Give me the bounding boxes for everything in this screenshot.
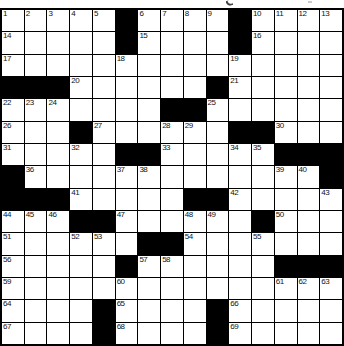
cell-r15c14[interactable] [298, 323, 320, 344]
cell-r4c15[interactable] [320, 77, 342, 98]
cell-r13c2[interactable] [25, 278, 47, 299]
cell-r9c4[interactable]: 41 [70, 189, 92, 210]
block-r5c9 [184, 99, 206, 120]
cell-r13c7[interactable] [138, 278, 160, 299]
block-r10c4 [70, 211, 92, 232]
block-r6c11 [229, 122, 251, 143]
cell-r5c11[interactable] [229, 99, 251, 120]
clue-number: 35 [253, 143, 261, 152]
block-r4c1 [2, 77, 24, 98]
block-r12c15 [320, 256, 342, 277]
cell-r10c11[interactable] [229, 211, 251, 232]
cell-r3c12[interactable] [252, 55, 274, 76]
cell-r13c1[interactable]: 59 [2, 278, 24, 299]
clue-number: 4 [71, 9, 75, 18]
block-r4c3 [47, 77, 69, 98]
clue-number: 8 [185, 9, 189, 18]
block-r4c2 [25, 77, 47, 98]
clue-number: 45 [26, 210, 34, 219]
block-r9c2 [25, 189, 47, 210]
clue-number: 48 [185, 210, 193, 219]
cell-r8c9[interactable] [184, 166, 206, 187]
cell-r11c5[interactable]: 53 [93, 233, 115, 254]
cell-r3c10[interactable] [207, 55, 229, 76]
cell-r6c2[interactable] [25, 122, 47, 143]
cell-r5c14[interactable] [298, 99, 320, 120]
cell-r7c8[interactable]: 33 [161, 144, 183, 165]
cell-r9c5[interactable] [93, 189, 115, 210]
clue-number: 60 [117, 277, 125, 286]
cell-r11c12[interactable]: 55 [252, 233, 274, 254]
clue-number: 52 [71, 232, 79, 241]
clue-number: 64 [3, 299, 11, 308]
cell-r13c10[interactable] [207, 278, 229, 299]
clue-number: 43 [321, 188, 329, 197]
cell-r6c14[interactable] [298, 122, 320, 143]
cell-r7c1[interactable]: 31 [2, 144, 24, 165]
cell-r6c6[interactable] [116, 122, 138, 143]
cell-r14c4[interactable] [70, 300, 92, 321]
cell-r1c13[interactable]: 11 [275, 10, 297, 31]
cropped-text-remnant [225, 0, 233, 7]
clue-number: 37 [117, 165, 125, 174]
clue-number: 46 [48, 210, 56, 219]
cell-r14c6[interactable]: 65 [116, 300, 138, 321]
clue-number: 66 [230, 299, 238, 308]
clue-number: 11 [276, 9, 283, 18]
clue-number: 57 [139, 255, 147, 264]
clue-number: 65 [117, 299, 125, 308]
cell-r5c1[interactable]: 22 [2, 99, 24, 120]
clue-number: 29 [185, 121, 193, 130]
clue-number: 32 [71, 143, 79, 152]
block-r4c10 [207, 77, 229, 98]
cell-r2c5[interactable] [93, 32, 115, 53]
cell-r1c9[interactable]: 8 [184, 10, 206, 31]
cell-r13c5[interactable] [93, 278, 115, 299]
cell-r1c3[interactable]: 3 [47, 10, 69, 31]
cell-r8c7[interactable]: 38 [138, 166, 160, 187]
clue-number: 30 [276, 121, 284, 130]
cell-r13c3[interactable] [47, 278, 69, 299]
clue-number: 63 [321, 277, 329, 286]
cell-r12c5[interactable] [93, 256, 115, 277]
block-r1c6 [116, 10, 138, 31]
cell-r8c5[interactable] [93, 166, 115, 187]
cell-r14c8[interactable] [161, 300, 183, 321]
cell-r15c8[interactable] [161, 323, 183, 344]
cell-r3c6[interactable]: 18 [116, 55, 138, 76]
cell-r10c6[interactable]: 47 [116, 211, 138, 232]
cell-r13c11[interactable] [229, 278, 251, 299]
cell-r10c13[interactable]: 50 [275, 211, 297, 232]
block-r12c6 [116, 256, 138, 277]
cell-r9c11[interactable]: 42 [229, 189, 251, 210]
cell-r14c15[interactable] [320, 300, 342, 321]
cell-r10c2[interactable]: 45 [25, 211, 47, 232]
cell-r11c13[interactable] [275, 233, 297, 254]
clue-number: 41 [71, 188, 79, 197]
block-r11c8 [161, 233, 183, 254]
cell-r8c12[interactable] [252, 166, 274, 187]
clue-number: 15 [139, 31, 147, 40]
cell-r5c15[interactable] [320, 99, 342, 120]
cell-r11c9[interactable]: 54 [184, 233, 206, 254]
cell-r2c15[interactable] [320, 32, 342, 53]
cell-r14c13[interactable] [275, 300, 297, 321]
clue-number: 68 [117, 322, 125, 331]
clue-number: 20 [71, 76, 79, 85]
clue-number: 47 [117, 210, 125, 219]
block-r7c7 [138, 144, 160, 165]
cell-r2c12[interactable]: 16 [252, 32, 274, 53]
clue-number: 58 [162, 255, 170, 264]
clue-number: 6 [139, 9, 143, 18]
block-r9c1 [2, 189, 24, 210]
cell-r4c13[interactable] [275, 77, 297, 98]
cell-r3c8[interactable] [161, 55, 183, 76]
clue-number: 62 [299, 277, 307, 286]
cell-r3c15[interactable] [320, 55, 342, 76]
cell-r2c14[interactable] [298, 32, 320, 53]
cell-r15c4[interactable] [70, 323, 92, 344]
clue-number: 33 [162, 143, 170, 152]
clue-number: 51 [3, 232, 11, 241]
block-r7c13 [275, 144, 297, 165]
clue-number: 50 [276, 210, 284, 219]
cell-r13c8[interactable] [161, 278, 183, 299]
cell-r14c2[interactable] [25, 300, 47, 321]
cell-r15c6[interactable]: 68 [116, 323, 138, 344]
clue-number: 56 [3, 255, 11, 264]
cell-r4c6[interactable] [116, 77, 138, 98]
clue-number: 7 [162, 9, 166, 18]
cell-r7c5[interactable] [93, 144, 115, 165]
cell-r9c13[interactable] [275, 189, 297, 210]
cell-r13c15[interactable]: 63 [320, 278, 342, 299]
cell-r6c10[interactable] [207, 122, 229, 143]
cell-r2c10[interactable] [207, 32, 229, 53]
cell-r15c15[interactable] [320, 323, 342, 344]
cell-r9c7[interactable] [138, 189, 160, 210]
cell-r4c11[interactable]: 21 [229, 77, 251, 98]
clue-number: 61 [276, 277, 284, 286]
cell-r1c8[interactable]: 7 [161, 10, 183, 31]
cell-r5c6[interactable] [116, 99, 138, 120]
clue-number: 18 [117, 54, 125, 63]
cell-r11c15[interactable] [320, 233, 342, 254]
cell-r3c5[interactable] [93, 55, 115, 76]
clue-number: 2 [26, 9, 30, 18]
cell-r12c10[interactable] [207, 256, 229, 277]
block-r8c15 [320, 166, 342, 187]
cell-r12c7[interactable]: 57 [138, 256, 160, 277]
cell-r4c14[interactable] [298, 77, 320, 98]
block-r9c10 [207, 189, 229, 210]
cell-r11c11[interactable] [229, 233, 251, 254]
cell-r2c7[interactable]: 15 [138, 32, 160, 53]
cell-r14c14[interactable] [298, 300, 320, 321]
cell-r6c15[interactable] [320, 122, 342, 143]
cell-r3c14[interactable] [298, 55, 320, 76]
cell-r14c3[interactable] [47, 300, 69, 321]
cell-r2c4[interactable] [70, 32, 92, 53]
clue-number: 69 [230, 322, 238, 331]
cell-r12c4[interactable] [70, 256, 92, 277]
cell-r7c11[interactable]: 34 [229, 144, 251, 165]
cell-r2c3[interactable] [47, 32, 69, 53]
cell-r7c3[interactable] [47, 144, 69, 165]
cell-r11c1[interactable]: 51 [2, 233, 24, 254]
cell-r12c3[interactable] [47, 256, 69, 277]
block-r2c11 [229, 32, 251, 53]
block-r9c9 [184, 189, 206, 210]
clue-number: 5 [94, 9, 98, 18]
clue-number: 39 [276, 165, 284, 174]
cell-r11c2[interactable] [25, 233, 47, 254]
clue-number: 16 [253, 31, 261, 40]
cell-r13c12[interactable] [252, 278, 274, 299]
cell-r10c8[interactable] [161, 211, 183, 232]
cell-r4c5[interactable] [93, 77, 115, 98]
block-r7c6 [116, 144, 138, 165]
clue-number: 59 [3, 277, 11, 286]
cell-r15c3[interactable] [47, 323, 69, 344]
cell-r14c11[interactable]: 66 [229, 300, 251, 321]
block-r6c4 [70, 122, 92, 143]
clue-number: 54 [185, 232, 193, 241]
cell-r11c14[interactable] [298, 233, 320, 254]
cell-r5c13[interactable] [275, 99, 297, 120]
cell-r4c9[interactable] [184, 77, 206, 98]
cell-r12c11[interactable] [229, 256, 251, 277]
clue-number: 25 [208, 98, 216, 107]
cell-r1c10[interactable]: 9 [207, 10, 229, 31]
cell-r7c10[interactable] [207, 144, 229, 165]
clue-number: 13 [321, 9, 329, 18]
cell-r7c2[interactable] [25, 144, 47, 165]
cell-r3c2[interactable] [25, 55, 47, 76]
clue-number: 49 [208, 210, 216, 219]
clue-number: 31 [3, 143, 11, 152]
cell-r14c12[interactable] [252, 300, 274, 321]
cell-r3c4[interactable] [70, 55, 92, 76]
cell-r3c3[interactable] [47, 55, 69, 76]
crossword-grid: 1234567891011121314151617181920212223242… [0, 8, 344, 346]
cell-r4c7[interactable] [138, 77, 160, 98]
cell-r1c1[interactable]: 1 [2, 10, 24, 31]
cell-r2c2[interactable] [25, 32, 47, 53]
cell-r6c3[interactable] [47, 122, 69, 143]
cell-r10c10[interactable]: 49 [207, 211, 229, 232]
cell-r13c14[interactable]: 62 [298, 278, 320, 299]
cell-r15c1[interactable]: 67 [2, 323, 24, 344]
block-r5c8 [161, 99, 183, 120]
cell-r9c15[interactable]: 43 [320, 189, 342, 210]
clue-number: 3 [48, 9, 52, 18]
cell-r15c12[interactable] [252, 323, 274, 344]
cell-r11c4[interactable]: 52 [70, 233, 92, 254]
cell-r1c5[interactable]: 5 [93, 10, 115, 31]
cell-r1c14[interactable]: 12 [298, 10, 320, 31]
block-r14c10 [207, 300, 229, 321]
clue-number: 28 [162, 121, 170, 130]
cell-r10c1[interactable]: 44 [2, 211, 24, 232]
cell-r1c7[interactable]: 6 [138, 10, 160, 31]
cell-r12c2[interactable] [25, 256, 47, 277]
cell-r3c1[interactable]: 17 [2, 55, 24, 76]
cell-r8c2[interactable]: 36 [25, 166, 47, 187]
cell-r14c7[interactable] [138, 300, 160, 321]
cell-r11c10[interactable] [207, 233, 229, 254]
clue-number: 17 [3, 54, 11, 63]
cell-r10c9[interactable]: 48 [184, 211, 206, 232]
cell-r13c6[interactable]: 60 [116, 278, 138, 299]
block-r11c7 [138, 233, 160, 254]
cell-r5c5[interactable] [93, 99, 115, 120]
cell-r8c13[interactable]: 39 [275, 166, 297, 187]
clue-number: 67 [3, 322, 11, 331]
cell-r10c7[interactable] [138, 211, 160, 232]
cell-r14c1[interactable]: 64 [2, 300, 24, 321]
block-r8c1 [2, 166, 24, 187]
clue-number: 21 [230, 76, 238, 85]
cell-r4c8[interactable] [161, 77, 183, 98]
cell-r8c3[interactable] [47, 166, 69, 187]
cell-r12c1[interactable]: 56 [2, 256, 24, 277]
block-r10c5 [93, 211, 115, 232]
cell-r8c8[interactable] [161, 166, 183, 187]
cell-r14c9[interactable] [184, 300, 206, 321]
clue-number: 55 [253, 232, 261, 241]
clue-number: 53 [94, 232, 102, 241]
cell-r3c11[interactable]: 19 [229, 55, 251, 76]
cell-r12c8[interactable]: 58 [161, 256, 183, 277]
block-r7c14 [298, 144, 320, 165]
clue-number: 19 [230, 54, 238, 63]
cell-r3c9[interactable] [184, 55, 206, 76]
block-r6c12 [252, 122, 274, 143]
block-r7c15 [320, 144, 342, 165]
clue-number: 10 [253, 9, 261, 18]
clue-number: 12 [299, 9, 307, 18]
cell-r9c12[interactable] [252, 189, 274, 210]
cell-r6c13[interactable]: 30 [275, 122, 297, 143]
cell-r6c8[interactable]: 28 [161, 122, 183, 143]
cell-r15c2[interactable] [25, 323, 47, 344]
cell-r8c6[interactable]: 37 [116, 166, 138, 187]
block-r12c13 [275, 256, 297, 277]
block-r12c14 [298, 256, 320, 277]
cell-r2c9[interactable] [184, 32, 206, 53]
cell-r10c15[interactable] [320, 211, 342, 232]
cell-r6c7[interactable] [138, 122, 160, 143]
clue-number: 14 [3, 31, 11, 40]
cell-r5c2[interactable]: 23 [25, 99, 47, 120]
cell-r5c10[interactable]: 25 [207, 99, 229, 120]
cell-r5c3[interactable]: 24 [47, 99, 69, 120]
cell-r11c6[interactable] [116, 233, 138, 254]
cell-r8c11[interactable] [229, 166, 251, 187]
cell-r7c4[interactable]: 32 [70, 144, 92, 165]
clue-number: 22 [3, 98, 11, 107]
cell-r1c2[interactable]: 2 [25, 10, 47, 31]
cell-r7c9[interactable] [184, 144, 206, 165]
cell-r15c11[interactable]: 69 [229, 323, 251, 344]
cropped-title-strip [0, 0, 344, 8]
cell-r12c9[interactable] [184, 256, 206, 277]
cell-r9c14[interactable] [298, 189, 320, 210]
block-r15c10 [207, 323, 229, 344]
cell-r10c14[interactable] [298, 211, 320, 232]
cell-r6c5[interactable]: 27 [93, 122, 115, 143]
cell-r5c12[interactable] [252, 99, 274, 120]
block-r10c12 [252, 211, 274, 232]
clue-number: 40 [299, 165, 307, 174]
cell-r8c14[interactable]: 40 [298, 166, 320, 187]
cell-r7c12[interactable]: 35 [252, 144, 274, 165]
clue-number: 23 [26, 98, 34, 107]
cell-r15c7[interactable] [138, 323, 160, 344]
clue-number: 44 [3, 210, 11, 219]
cell-r1c15[interactable]: 13 [320, 10, 342, 31]
cell-r8c10[interactable] [207, 166, 229, 187]
cell-r1c12[interactable]: 10 [252, 10, 274, 31]
clue-number: 1 [3, 9, 7, 18]
cell-r11c3[interactable] [47, 233, 69, 254]
cell-r13c13[interactable]: 61 [275, 278, 297, 299]
block-r1c11 [229, 10, 251, 31]
cell-r2c1[interactable]: 14 [2, 32, 24, 53]
cell-r15c9[interactable] [184, 323, 206, 344]
cell-r4c4[interactable]: 20 [70, 77, 92, 98]
cell-r9c8[interactable] [161, 189, 183, 210]
clue-number: 42 [230, 188, 238, 197]
block-r9c3 [47, 189, 69, 210]
cell-r13c9[interactable] [184, 278, 206, 299]
cell-r2c8[interactable] [161, 32, 183, 53]
cell-r12c12[interactable] [252, 256, 274, 277]
cell-r10c3[interactable]: 46 [47, 211, 69, 232]
cell-r13c4[interactable] [70, 278, 92, 299]
clue-number: 36 [26, 165, 34, 174]
cell-r5c4[interactable] [70, 99, 92, 120]
cell-r1c4[interactable]: 4 [70, 10, 92, 31]
cell-r3c13[interactable] [275, 55, 297, 76]
block-r2c6 [116, 32, 138, 53]
block-r15c5 [93, 323, 115, 344]
clue-number: 26 [3, 121, 11, 130]
cell-r3c7[interactable] [138, 55, 160, 76]
cell-r15c13[interactable] [275, 323, 297, 344]
cell-r9c6[interactable] [116, 189, 138, 210]
cell-r4c12[interactable] [252, 77, 274, 98]
crossword-page: 1234567891011121314151617181920212223242… [0, 0, 344, 346]
cell-r6c1[interactable]: 26 [2, 122, 24, 143]
clue-number: 24 [48, 98, 56, 107]
cell-r8c4[interactable] [70, 166, 92, 187]
block-r14c5 [93, 300, 115, 321]
cell-r2c13[interactable] [275, 32, 297, 53]
clue-number: 9 [208, 9, 212, 18]
cropped-text-remnant-faint [308, 1, 312, 3]
cell-r5c7[interactable] [138, 99, 160, 120]
cell-r6c9[interactable]: 29 [184, 122, 206, 143]
clue-number: 27 [94, 121, 102, 130]
clue-number: 34 [230, 143, 238, 152]
clue-number: 38 [139, 165, 147, 174]
